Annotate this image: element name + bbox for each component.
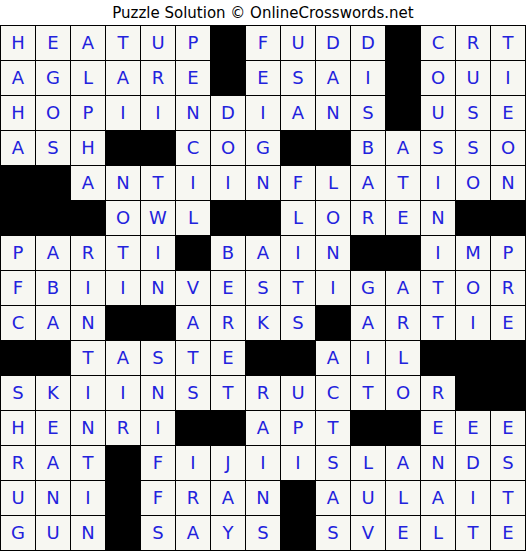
letter-cell-r2c15: I bbox=[491, 61, 526, 96]
letter-cell-r3c14: S bbox=[456, 96, 491, 131]
letter-cell-r11c7: T bbox=[211, 376, 246, 411]
letter-cell-r4c7: O bbox=[211, 131, 246, 166]
black-cell-r4c4 bbox=[106, 131, 141, 166]
letter-cell-r2c14: U bbox=[456, 61, 491, 96]
letter-cell-r4c1: A bbox=[1, 131, 36, 166]
black-cell-r6c3 bbox=[71, 201, 106, 236]
letter-cell-r8c13: T bbox=[421, 271, 456, 306]
black-cell-r5c2 bbox=[36, 166, 71, 201]
letter-cell-r5c12: T bbox=[386, 166, 421, 201]
letter-cell-r3c11: S bbox=[351, 96, 386, 131]
letter-cell-r7c1: P bbox=[1, 236, 36, 271]
letter-cell-r2c3: L bbox=[71, 61, 106, 96]
letter-cell-r15c7: Y bbox=[211, 516, 246, 551]
letter-cell-r1c9: U bbox=[281, 26, 316, 61]
letter-cell-r9c7: R bbox=[211, 306, 246, 341]
letter-cell-r12c4: R bbox=[106, 411, 141, 446]
letter-cell-r2c4: A bbox=[106, 61, 141, 96]
letter-cell-r2c11: I bbox=[351, 61, 386, 96]
letter-cell-r9c6: A bbox=[176, 306, 211, 341]
letter-cell-r7c14: M bbox=[456, 236, 491, 271]
letter-cell-r14c5: F bbox=[141, 481, 176, 516]
letter-cell-r11c12: O bbox=[386, 376, 421, 411]
black-cell-r6c8 bbox=[246, 201, 281, 236]
letter-cell-r1c2: E bbox=[36, 26, 71, 61]
letter-cell-r3c4: I bbox=[106, 96, 141, 131]
black-cell-r11c14 bbox=[456, 376, 491, 411]
letter-cell-r6c12: E bbox=[386, 201, 421, 236]
letter-cell-r2c9: S bbox=[281, 61, 316, 96]
letter-cell-r3c9: A bbox=[281, 96, 316, 131]
letter-cell-r13c13: N bbox=[421, 446, 456, 481]
letter-cell-r4c3: H bbox=[71, 131, 106, 166]
letter-cell-r12c3: N bbox=[71, 411, 106, 446]
letter-cell-r8c1: F bbox=[1, 271, 36, 306]
letter-cell-r11c6: S bbox=[176, 376, 211, 411]
letter-cell-r9c15: E bbox=[491, 306, 526, 341]
letter-cell-r15c15: E bbox=[491, 516, 526, 551]
letter-cell-r1c6: P bbox=[176, 26, 211, 61]
letter-cell-r13c3: T bbox=[71, 446, 106, 481]
letter-cell-r4c11: B bbox=[351, 131, 386, 166]
letter-cell-r15c10: S bbox=[316, 516, 351, 551]
black-cell-r4c9 bbox=[281, 131, 316, 166]
letter-cell-r3c15: E bbox=[491, 96, 526, 131]
black-cell-r10c8 bbox=[246, 341, 281, 376]
letter-cell-r12c15: E bbox=[491, 411, 526, 446]
letter-cell-r8c12: A bbox=[386, 271, 421, 306]
letter-cell-r9c14: I bbox=[456, 306, 491, 341]
letter-cell-r7c7: B bbox=[211, 236, 246, 271]
letter-cell-r9c2: A bbox=[36, 306, 71, 341]
letter-cell-r15c11: V bbox=[351, 516, 386, 551]
letter-cell-r6c5: W bbox=[141, 201, 176, 236]
letter-cell-r7c13: I bbox=[421, 236, 456, 271]
letter-cell-r7c3: R bbox=[71, 236, 106, 271]
crossword-grid: HEATUPFUDDCRTAGLAREESAIOUIHOPIINDIANSUSE… bbox=[0, 25, 526, 551]
letter-cell-r14c15: T bbox=[491, 481, 526, 516]
letter-cell-r13c14: D bbox=[456, 446, 491, 481]
letter-cell-r13c8: I bbox=[246, 446, 281, 481]
letter-cell-r15c13: L bbox=[421, 516, 456, 551]
letter-cell-r4c12: A bbox=[386, 131, 421, 166]
letter-cell-r2c5: R bbox=[141, 61, 176, 96]
letter-cell-r4c14: S bbox=[456, 131, 491, 166]
letter-cell-r8c2: B bbox=[36, 271, 71, 306]
letter-cell-r5c7: I bbox=[211, 166, 246, 201]
letter-cell-r2c13: O bbox=[421, 61, 456, 96]
black-cell-r6c15 bbox=[491, 201, 526, 236]
black-cell-r11c15 bbox=[491, 376, 526, 411]
letter-cell-r14c2: N bbox=[36, 481, 71, 516]
letter-cell-r15c8: S bbox=[246, 516, 281, 551]
letter-cell-r14c1: U bbox=[1, 481, 36, 516]
letter-cell-r4c8: G bbox=[246, 131, 281, 166]
letter-cell-r7c9: I bbox=[281, 236, 316, 271]
letter-cell-r15c3: N bbox=[71, 516, 106, 551]
letter-cell-r9c11: A bbox=[351, 306, 386, 341]
letter-cell-r1c5: U bbox=[141, 26, 176, 61]
letter-cell-r14c7: A bbox=[211, 481, 246, 516]
letter-cell-r4c13: S bbox=[421, 131, 456, 166]
black-cell-r10c1 bbox=[1, 341, 36, 376]
letter-cell-r14c12: L bbox=[386, 481, 421, 516]
black-cell-r10c13 bbox=[421, 341, 456, 376]
letter-cell-r11c2: K bbox=[36, 376, 71, 411]
letter-cell-r11c10: C bbox=[316, 376, 351, 411]
letter-cell-r11c9: U bbox=[281, 376, 316, 411]
black-cell-r15c4 bbox=[106, 516, 141, 551]
letter-cell-r15c2: U bbox=[36, 516, 71, 551]
letter-cell-r11c8: R bbox=[246, 376, 281, 411]
letter-cell-r9c3: N bbox=[71, 306, 106, 341]
letter-cell-r10c7: E bbox=[211, 341, 246, 376]
letter-cell-r5c14: O bbox=[456, 166, 491, 201]
letter-cell-r11c13: R bbox=[421, 376, 456, 411]
letter-cell-r7c4: T bbox=[106, 236, 141, 271]
letter-cell-r9c13: T bbox=[421, 306, 456, 341]
page-title: Puzzle Solution © OnlineCrosswords.net bbox=[0, 0, 526, 25]
black-cell-r10c15 bbox=[491, 341, 526, 376]
letter-cell-r5c3: A bbox=[71, 166, 106, 201]
black-cell-r7c6 bbox=[176, 236, 211, 271]
letter-cell-r7c10: N bbox=[316, 236, 351, 271]
letter-cell-r7c2: A bbox=[36, 236, 71, 271]
letter-cell-r1c3: A bbox=[71, 26, 106, 61]
letter-cell-r10c3: T bbox=[71, 341, 106, 376]
letter-cell-r13c1: R bbox=[1, 446, 36, 481]
letter-cell-r13c12: A bbox=[386, 446, 421, 481]
black-cell-r5c1 bbox=[1, 166, 36, 201]
letter-cell-r11c11: T bbox=[351, 376, 386, 411]
letter-cell-r13c9: I bbox=[281, 446, 316, 481]
letter-cell-r1c14: R bbox=[456, 26, 491, 61]
letter-cell-r5c4: N bbox=[106, 166, 141, 201]
letter-cell-r8c15: R bbox=[491, 271, 526, 306]
black-cell-r14c9 bbox=[281, 481, 316, 516]
letter-cell-r3c5: I bbox=[141, 96, 176, 131]
letter-cell-r5c6: I bbox=[176, 166, 211, 201]
letter-cell-r5c5: T bbox=[141, 166, 176, 201]
letter-cell-r1c1: H bbox=[1, 26, 36, 61]
letter-cell-r8c10: I bbox=[316, 271, 351, 306]
black-cell-r2c12 bbox=[386, 61, 421, 96]
letter-cell-r11c3: I bbox=[71, 376, 106, 411]
letter-cell-r3c6: N bbox=[176, 96, 211, 131]
letter-cell-r11c4: I bbox=[106, 376, 141, 411]
black-cell-r9c10 bbox=[316, 306, 351, 341]
letter-cell-r10c4: A bbox=[106, 341, 141, 376]
letter-cell-r8c9: T bbox=[281, 271, 316, 306]
letter-cell-r6c6: L bbox=[176, 201, 211, 236]
black-cell-r14c4 bbox=[106, 481, 141, 516]
black-cell-r9c5 bbox=[141, 306, 176, 341]
letter-cell-r1c8: F bbox=[246, 26, 281, 61]
letter-cell-r9c9: S bbox=[281, 306, 316, 341]
letter-cell-r6c9: L bbox=[281, 201, 316, 236]
letter-cell-r5c13: I bbox=[421, 166, 456, 201]
letter-cell-r8c8: S bbox=[246, 271, 281, 306]
letter-cell-r15c6: A bbox=[176, 516, 211, 551]
letter-cell-r3c2: O bbox=[36, 96, 71, 131]
letter-cell-r13c10: S bbox=[316, 446, 351, 481]
letter-cell-r12c8: A bbox=[246, 411, 281, 446]
letter-cell-r2c10: A bbox=[316, 61, 351, 96]
letter-cell-r6c10: O bbox=[316, 201, 351, 236]
letter-cell-r14c10: A bbox=[316, 481, 351, 516]
letter-cell-r5c10: L bbox=[316, 166, 351, 201]
letter-cell-r7c8: A bbox=[246, 236, 281, 271]
letter-cell-r15c14: T bbox=[456, 516, 491, 551]
black-cell-r4c10 bbox=[316, 131, 351, 166]
letter-cell-r3c10: N bbox=[316, 96, 351, 131]
black-cell-r4c5 bbox=[141, 131, 176, 166]
black-cell-r6c2 bbox=[36, 201, 71, 236]
letter-cell-r6c4: O bbox=[106, 201, 141, 236]
black-cell-r3c12 bbox=[386, 96, 421, 131]
letter-cell-r12c2: E bbox=[36, 411, 71, 446]
letter-cell-r12c5: I bbox=[141, 411, 176, 446]
letter-cell-r14c6: R bbox=[176, 481, 211, 516]
letter-cell-r10c11: I bbox=[351, 341, 386, 376]
letter-cell-r12c13: E bbox=[421, 411, 456, 446]
letter-cell-r13c5: F bbox=[141, 446, 176, 481]
black-cell-r7c12 bbox=[386, 236, 421, 271]
letter-cell-r13c2: A bbox=[36, 446, 71, 481]
letter-cell-r7c5: I bbox=[141, 236, 176, 271]
letter-cell-r3c1: H bbox=[1, 96, 36, 131]
letter-cell-r11c5: N bbox=[141, 376, 176, 411]
black-cell-r1c7 bbox=[211, 26, 246, 61]
letter-cell-r8c14: O bbox=[456, 271, 491, 306]
letter-cell-r15c5: S bbox=[141, 516, 176, 551]
letter-cell-r15c12: E bbox=[386, 516, 421, 551]
black-cell-r6c7 bbox=[211, 201, 246, 236]
letter-cell-r15c1: G bbox=[1, 516, 36, 551]
letter-cell-r5c8: N bbox=[246, 166, 281, 201]
letter-cell-r1c10: D bbox=[316, 26, 351, 61]
letter-cell-r12c9: P bbox=[281, 411, 316, 446]
letter-cell-r6c11: R bbox=[351, 201, 386, 236]
letter-cell-r1c11: D bbox=[351, 26, 386, 61]
letter-cell-r10c6: T bbox=[176, 341, 211, 376]
black-cell-r12c11 bbox=[351, 411, 386, 446]
black-cell-r10c2 bbox=[36, 341, 71, 376]
letter-cell-r9c8: K bbox=[246, 306, 281, 341]
letter-cell-r12c10: T bbox=[316, 411, 351, 446]
letter-cell-r10c12: L bbox=[386, 341, 421, 376]
letter-cell-r2c6: E bbox=[176, 61, 211, 96]
black-cell-r1c12 bbox=[386, 26, 421, 61]
black-cell-r12c6 bbox=[176, 411, 211, 446]
letter-cell-r14c8: N bbox=[246, 481, 281, 516]
black-cell-r7c11 bbox=[351, 236, 386, 271]
black-cell-r6c1 bbox=[1, 201, 36, 236]
letter-cell-r14c13: A bbox=[421, 481, 456, 516]
letter-cell-r13c7: J bbox=[211, 446, 246, 481]
letter-cell-r9c1: C bbox=[1, 306, 36, 341]
letter-cell-r3c3: P bbox=[71, 96, 106, 131]
black-cell-r12c12 bbox=[386, 411, 421, 446]
letter-cell-r2c8: E bbox=[246, 61, 281, 96]
letter-cell-r12c1: H bbox=[1, 411, 36, 446]
letter-cell-r13c11: L bbox=[351, 446, 386, 481]
letter-cell-r7c15: P bbox=[491, 236, 526, 271]
black-cell-r12c7 bbox=[211, 411, 246, 446]
black-cell-r10c14 bbox=[456, 341, 491, 376]
letter-cell-r3c8: I bbox=[246, 96, 281, 131]
puzzle-solution-page: Puzzle Solution © OnlineCrosswords.net H… bbox=[0, 0, 526, 551]
letter-cell-r8c11: G bbox=[351, 271, 386, 306]
letter-cell-r8c5: N bbox=[141, 271, 176, 306]
letter-cell-r13c15: S bbox=[491, 446, 526, 481]
letter-cell-r1c13: C bbox=[421, 26, 456, 61]
letter-cell-r3c7: D bbox=[211, 96, 246, 131]
letter-cell-r4c2: S bbox=[36, 131, 71, 166]
letter-cell-r8c7: E bbox=[211, 271, 246, 306]
letter-cell-r3c13: U bbox=[421, 96, 456, 131]
black-cell-r6c14 bbox=[456, 201, 491, 236]
letter-cell-r13c6: I bbox=[176, 446, 211, 481]
letter-cell-r14c11: U bbox=[351, 481, 386, 516]
black-cell-r13c4 bbox=[106, 446, 141, 481]
black-cell-r2c7 bbox=[211, 61, 246, 96]
letter-cell-r9c12: R bbox=[386, 306, 421, 341]
letter-cell-r10c10: A bbox=[316, 341, 351, 376]
letter-cell-r2c1: A bbox=[1, 61, 36, 96]
letter-cell-r5c9: F bbox=[281, 166, 316, 201]
letter-cell-r8c4: I bbox=[106, 271, 141, 306]
letter-cell-r4c6: C bbox=[176, 131, 211, 166]
letter-cell-r10c5: S bbox=[141, 341, 176, 376]
black-cell-r10c9 bbox=[281, 341, 316, 376]
letter-cell-r8c3: I bbox=[71, 271, 106, 306]
letter-cell-r6c13: N bbox=[421, 201, 456, 236]
letter-cell-r11c1: S bbox=[1, 376, 36, 411]
letter-cell-r14c3: I bbox=[71, 481, 106, 516]
letter-cell-r5c11: A bbox=[351, 166, 386, 201]
letter-cell-r8c6: V bbox=[176, 271, 211, 306]
letter-cell-r1c4: T bbox=[106, 26, 141, 61]
letter-cell-r5c15: N bbox=[491, 166, 526, 201]
letter-cell-r14c14: I bbox=[456, 481, 491, 516]
black-cell-r15c9 bbox=[281, 516, 316, 551]
letter-cell-r4c15: O bbox=[491, 131, 526, 166]
black-cell-r9c4 bbox=[106, 306, 141, 341]
letter-cell-r12c14: E bbox=[456, 411, 491, 446]
letter-cell-r1c15: T bbox=[491, 26, 526, 61]
letter-cell-r2c2: G bbox=[36, 61, 71, 96]
